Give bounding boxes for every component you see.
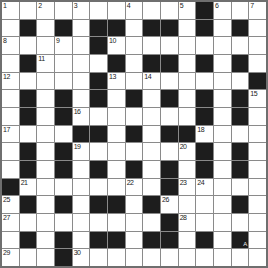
block-cell-r13c1: [20, 232, 37, 249]
cell-r5c6[interactable]: [108, 90, 125, 107]
cell-r2c13[interactable]: [232, 37, 249, 54]
cell-r7c13[interactable]: [232, 126, 249, 143]
cell-r2c1[interactable]: [20, 37, 37, 54]
cell-r10c5[interactable]: [90, 179, 107, 196]
cell-r8c10[interactable]: 20: [179, 143, 196, 160]
cell-r12c1[interactable]: [20, 214, 37, 231]
block-cell-r13c13: A: [232, 232, 249, 249]
block-cell-r1c1: [20, 20, 37, 37]
cell-r11c11[interactable]: [196, 196, 213, 213]
cell-r12c6[interactable]: [108, 214, 125, 231]
cell-r2c10[interactable]: [179, 37, 196, 54]
cell-r1c4[interactable]: [73, 20, 90, 37]
cell-r11c4[interactable]: [73, 196, 90, 213]
cell-r12c0[interactable]: 27: [2, 214, 19, 231]
cell-r10c10[interactable]: 23: [179, 179, 196, 196]
cell-r8c8[interactable]: [143, 143, 160, 160]
block-cell-r13c3: [55, 232, 72, 249]
block-cell-r9c7: [126, 161, 143, 178]
block-cell-r5c3: [55, 90, 72, 107]
cell-r0c9[interactable]: [161, 2, 178, 19]
cell-r11c10[interactable]: [179, 196, 196, 213]
cell-r13c10[interactable]: [179, 232, 196, 249]
block-cell-r9c9: [161, 161, 178, 178]
clue-number-24: 24: [197, 179, 204, 187]
cell-r4c12[interactable]: [214, 73, 231, 90]
block-cell-r9c5: [90, 161, 107, 178]
cell-r2c4[interactable]: [73, 37, 90, 54]
clue-number-13: 13: [109, 73, 116, 81]
cell-r9c0[interactable]: [2, 161, 19, 178]
block-cell-r13c8: [143, 232, 160, 249]
cell-r13c14[interactable]: [249, 232, 266, 249]
crossword-page: 1234567891011121314151617181920212223242…: [0, 0, 268, 268]
cell-r7c2[interactable]: [37, 126, 54, 143]
block-cell-r13c9: [161, 232, 178, 249]
clue-number-4: 4: [127, 2, 130, 10]
block-cell-r7c7: [126, 126, 143, 143]
clue-number-12: 12: [3, 73, 10, 81]
cell-r14c8[interactable]: [143, 249, 160, 266]
cell-r3c10[interactable]: [179, 55, 196, 72]
cell-r0c1[interactable]: [20, 2, 37, 19]
cell-r6c6[interactable]: [108, 108, 125, 125]
cell-r1c14[interactable]: [249, 20, 266, 37]
cell-r10c4[interactable]: [73, 179, 90, 196]
block-cell-r7c5: [90, 126, 107, 143]
crossword-grid: 1234567891011121314151617181920212223242…: [0, 0, 268, 268]
cell-r10c11[interactable]: 24: [196, 179, 213, 196]
cell-r12c11[interactable]: [196, 214, 213, 231]
cell-r5c8[interactable]: [143, 90, 160, 107]
cell-r4c1[interactable]: [20, 73, 37, 90]
cell-r6c0[interactable]: [2, 108, 19, 125]
cell-r0c7[interactable]: 4: [126, 2, 143, 19]
cell-r14c4[interactable]: 30: [73, 249, 90, 266]
cell-r7c12[interactable]: [214, 126, 231, 143]
cell-r0c4[interactable]: 3: [73, 2, 90, 19]
cell-r12c14[interactable]: [249, 214, 266, 231]
cell-r9c10[interactable]: [179, 161, 196, 178]
cell-r10c14[interactable]: [249, 179, 266, 196]
block-cell-r12c9: [161, 214, 178, 231]
cell-r13c4[interactable]: [73, 232, 90, 249]
cell-r12c8[interactable]: [143, 214, 160, 231]
block-cell-r1c8: [143, 20, 160, 37]
cell-r0c10[interactable]: 5: [179, 2, 196, 19]
cell-r0c2[interactable]: 2: [37, 2, 54, 19]
block-cell-r5c7: [126, 90, 143, 107]
block-cell-r1c6: [108, 20, 125, 37]
block-cell-r5c13: [232, 90, 249, 107]
block-cell-r7c9: [161, 126, 178, 143]
cell-r14c11[interactable]: [196, 249, 213, 266]
cell-r12c2[interactable]: [37, 214, 54, 231]
clue-number-17: 17: [3, 126, 10, 134]
cell-r3c0[interactable]: [2, 55, 19, 72]
cell-r0c13[interactable]: [232, 2, 249, 19]
clue-number-27: 27: [3, 214, 10, 222]
clue-number-14: 14: [144, 73, 151, 81]
cell-r0c0[interactable]: 1: [2, 2, 19, 19]
cell-r10c13[interactable]: [232, 179, 249, 196]
cell-r4c3[interactable]: [55, 73, 72, 90]
cell-r12c3[interactable]: [55, 214, 72, 231]
cell-r8c2[interactable]: [37, 143, 54, 160]
cell-r12c13[interactable]: [232, 214, 249, 231]
cell-r0c6[interactable]: [108, 2, 125, 19]
block-cell-r3c1: [20, 55, 37, 72]
cell-r7c8[interactable]: [143, 126, 160, 143]
cell-r4c6[interactable]: 13: [108, 73, 125, 90]
block-cell-r11c3: [55, 196, 72, 213]
cell-r10c3[interactable]: [55, 179, 72, 196]
cell-r1c10[interactable]: [179, 20, 196, 37]
block-cell-r7c4: [73, 126, 90, 143]
cell-r5c14[interactable]: 15: [249, 90, 266, 107]
block-cell-r4c5: [90, 73, 107, 90]
cell-r1c2[interactable]: [37, 20, 54, 37]
block-cell-r5c11: [196, 90, 213, 107]
cell-r14c10[interactable]: [179, 249, 196, 266]
cell-r3c5[interactable]: [90, 55, 107, 72]
clue-number-25: 25: [3, 196, 10, 204]
cell-r14c12[interactable]: [214, 249, 231, 266]
cell-r2c0[interactable]: 8: [2, 37, 19, 54]
cell-r6c14[interactable]: [249, 108, 266, 125]
clue-number-29: 29: [3, 249, 10, 257]
cell-r11c7[interactable]: [126, 196, 143, 213]
block-cell-r11c5: [90, 196, 107, 213]
cell-r5c4[interactable]: [73, 90, 90, 107]
cell-r8c6[interactable]: [108, 143, 125, 160]
cell-r8c4[interactable]: 19: [73, 143, 90, 160]
block-cell-r6c1: [20, 108, 37, 125]
cell-r13c0[interactable]: [2, 232, 19, 249]
block-cell-r10c9: [161, 179, 178, 196]
cell-r1c7[interactable]: [126, 20, 143, 37]
clue-number-26: 26: [162, 196, 169, 204]
block-cell-r11c8: [143, 196, 160, 213]
block-cell-r7c10: [179, 126, 196, 143]
cell-r11c12[interactable]: [214, 196, 231, 213]
block-cell-r14c3: [55, 249, 72, 266]
cell-r4c9[interactable]: [161, 73, 178, 90]
cell-r2c7[interactable]: [126, 37, 143, 54]
cell-r2c3[interactable]: 9: [55, 37, 72, 54]
cell-r2c9[interactable]: [161, 37, 178, 54]
cell-r11c14[interactable]: [249, 196, 266, 213]
block-cell-r6c13: [232, 108, 249, 125]
cell-r13c12[interactable]: [214, 232, 231, 249]
block-cell-r13c5: [90, 232, 107, 249]
cell-r12c7[interactable]: [126, 214, 143, 231]
cell-r8c0[interactable]: [2, 143, 19, 160]
block-cell-r8c11: [196, 143, 213, 160]
cell-r10c6[interactable]: [108, 179, 125, 196]
block-cell-r5c1: [20, 90, 37, 107]
cell-r4c11[interactable]: [196, 73, 213, 90]
cell-r3c4[interactable]: [73, 55, 90, 72]
clue-number-20: 20: [180, 143, 187, 151]
cell-r9c6[interactable]: [108, 161, 125, 178]
cell-r0c8[interactable]: [143, 2, 160, 19]
clue-number-9: 9: [56, 37, 59, 45]
cell-r11c2[interactable]: [37, 196, 54, 213]
cell-r14c5[interactable]: [90, 249, 107, 266]
cell-r6c4[interactable]: 16: [73, 108, 90, 125]
cell-r4c7[interactable]: [126, 73, 143, 90]
cell-r0c12[interactable]: 6: [214, 2, 231, 19]
cell-r14c0[interactable]: 29: [2, 249, 19, 266]
cell-r2c2[interactable]: [37, 37, 54, 54]
clue-number-10: 10: [109, 37, 116, 45]
cell-r5c12[interactable]: [214, 90, 231, 107]
cell-r14c2[interactable]: [37, 249, 54, 266]
clue-number-28: 28: [180, 214, 187, 222]
cell-r7c6[interactable]: [108, 126, 125, 143]
cell-r0c3[interactable]: [55, 2, 72, 19]
cell-r5c2[interactable]: [37, 90, 54, 107]
clue-number-8: 8: [3, 37, 6, 45]
block-cell-r5c5: [90, 90, 107, 107]
cell-r7c3[interactable]: [55, 126, 72, 143]
block-cell-r1c9: [161, 20, 178, 37]
cell-r8c12[interactable]: [214, 143, 231, 160]
block-cell-r1c3: [55, 20, 72, 37]
block-cell-r13c6: [108, 232, 125, 249]
clue-number-1: 1: [3, 2, 6, 10]
block-cell-r10c0: [2, 179, 19, 196]
cell-r0c14[interactable]: 7: [249, 2, 266, 19]
cell-r3c7[interactable]: [126, 55, 143, 72]
cell-r9c12[interactable]: [214, 161, 231, 178]
cell-r14c1[interactable]: [20, 249, 37, 266]
cell-r0c5[interactable]: [90, 2, 107, 19]
cell-r14c14[interactable]: [249, 249, 266, 266]
clue-number-5: 5: [180, 2, 183, 10]
cell-r10c1[interactable]: 21: [20, 179, 37, 196]
cell-r14c9[interactable]: [161, 249, 178, 266]
cell-r9c2[interactable]: [37, 161, 54, 178]
cell-r7c11[interactable]: 18: [196, 126, 213, 143]
cell-r1c12[interactable]: [214, 20, 231, 37]
block-cell-r3c8: [143, 55, 160, 72]
block-cell-r4c14: [249, 73, 266, 90]
cell-r14c7[interactable]: [126, 249, 143, 266]
clue-number-30: 30: [74, 249, 81, 257]
cell-r6c2[interactable]: [37, 108, 54, 125]
cell-r10c2[interactable]: [37, 179, 54, 196]
block-cell-r3c9: [161, 55, 178, 72]
cell-r3c3[interactable]: [55, 55, 72, 72]
block-cell-r9c11: [196, 161, 213, 178]
clue-number-22: 22: [127, 179, 134, 187]
cell-r12c12[interactable]: [214, 214, 231, 231]
cell-r14c6[interactable]: [108, 249, 125, 266]
block-cell-r11c13: [232, 196, 249, 213]
cell-r7c0[interactable]: 17: [2, 126, 19, 143]
clue-number-16: 16: [74, 108, 81, 116]
clue-number-23: 23: [180, 179, 187, 187]
clue-number-19: 19: [74, 143, 81, 151]
cell-r8c5[interactable]: [90, 143, 107, 160]
cell-r3c2[interactable]: 11: [37, 55, 54, 72]
cell-r10c8[interactable]: [143, 179, 160, 196]
cell-r6c8[interactable]: [143, 108, 160, 125]
block-cell-r11c6: [108, 196, 125, 213]
cell-r7c14[interactable]: [249, 126, 266, 143]
clue-number-6: 6: [215, 2, 218, 10]
cell-r5c10[interactable]: [179, 90, 196, 107]
cell-r4c2[interactable]: [37, 73, 54, 90]
cell-r12c4[interactable]: [73, 214, 90, 231]
block-cell-r8c1: [20, 143, 37, 160]
cell-r13c7[interactable]: [126, 232, 143, 249]
block-cell-r2c5: [90, 37, 107, 54]
block-cell-r0c11: [196, 2, 213, 19]
block-cell-r8c13: [232, 143, 249, 160]
block-cell-r3c13: [232, 55, 249, 72]
block-cell-r1c13: [232, 20, 249, 37]
cell-r3c14[interactable]: [249, 55, 266, 72]
cell-r9c8[interactable]: [143, 161, 160, 178]
cell-r4c13[interactable]: [232, 73, 249, 90]
cell-r9c4[interactable]: [73, 161, 90, 178]
clue-number-18: 18: [197, 126, 204, 134]
watermark-letter: A: [243, 241, 247, 248]
clue-number-2: 2: [38, 2, 41, 10]
cell-r10c12[interactable]: [214, 179, 231, 196]
cell-r6c12[interactable]: [214, 108, 231, 125]
clue-number-7: 7: [250, 2, 253, 10]
block-cell-r6c3: [55, 108, 72, 125]
block-cell-r9c13: [232, 161, 249, 178]
block-cell-r9c3: [55, 161, 72, 178]
cell-r4c8[interactable]: 14: [143, 73, 160, 90]
block-cell-r9c1: [20, 161, 37, 178]
cell-r6c5[interactable]: [90, 108, 107, 125]
cell-r2c12[interactable]: [214, 37, 231, 54]
cell-r8c14[interactable]: [249, 143, 266, 160]
cell-r8c7[interactable]: [126, 143, 143, 160]
block-cell-r1c5: [90, 20, 107, 37]
block-cell-r8c3: [55, 143, 72, 160]
cell-r6c10[interactable]: [179, 108, 196, 125]
cell-r7c1[interactable]: [20, 126, 37, 143]
block-cell-r3c11: [196, 55, 213, 72]
cell-r11c0[interactable]: 25: [2, 196, 19, 213]
cell-r2c14[interactable]: [249, 37, 266, 54]
cell-r11c9[interactable]: 26: [161, 196, 178, 213]
cell-r8c9[interactable]: [161, 143, 178, 160]
cell-r12c5[interactable]: [90, 214, 107, 231]
cell-r9c14[interactable]: [249, 161, 266, 178]
clue-number-11: 11: [38, 55, 44, 63]
block-cell-r3c6: [108, 55, 125, 72]
block-cell-r1c11: [196, 20, 213, 37]
block-cell-r13c11: [196, 232, 213, 249]
clue-number-3: 3: [74, 2, 77, 10]
cell-r5c0[interactable]: [2, 90, 19, 107]
cell-r10c7[interactable]: 22: [126, 179, 143, 196]
cell-r14c13[interactable]: [232, 249, 249, 266]
cell-r2c8[interactable]: [143, 37, 160, 54]
cell-r6c9[interactable]: [161, 108, 178, 125]
cell-r6c7[interactable]: [126, 108, 143, 125]
cell-r4c0[interactable]: 12: [2, 73, 19, 90]
cell-r3c12[interactable]: [214, 55, 231, 72]
cell-r12c10[interactable]: 28: [179, 214, 196, 231]
clue-number-15: 15: [250, 90, 257, 98]
cell-r4c4[interactable]: [73, 73, 90, 90]
cell-r2c11[interactable]: [196, 37, 213, 54]
block-cell-r6c11: [196, 108, 213, 125]
clue-number-21: 21: [21, 179, 28, 187]
cell-r13c2[interactable]: [37, 232, 54, 249]
cell-r4c10[interactable]: [179, 73, 196, 90]
cell-r1c0[interactable]: [2, 20, 19, 37]
block-cell-r11c1: [20, 196, 37, 213]
block-cell-r5c9: [161, 90, 178, 107]
cell-r2c6[interactable]: 10: [108, 37, 125, 54]
